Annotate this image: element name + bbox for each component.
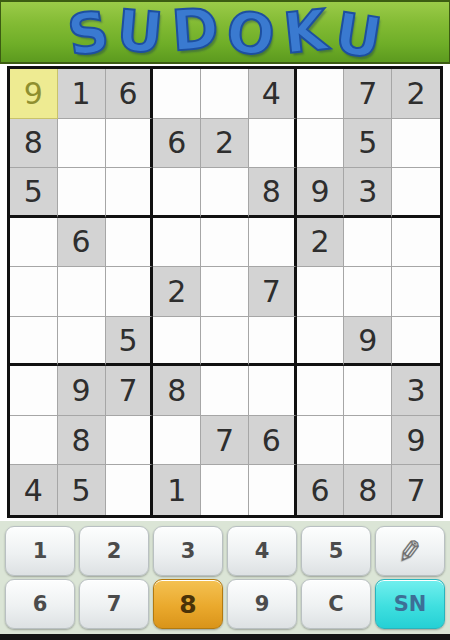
cell-r9c3[interactable]	[106, 465, 154, 515]
cell-r9c9[interactable]: 7	[392, 465, 440, 515]
title-letter: K	[281, 2, 330, 62]
cell-r5c3[interactable]	[106, 267, 154, 317]
cell-r8c8[interactable]	[344, 416, 392, 466]
cell-r4c1[interactable]	[10, 218, 58, 268]
cell-r8c1[interactable]	[10, 416, 58, 466]
cell-r8c4[interactable]	[153, 416, 201, 466]
pencil-icon: ✎	[395, 532, 425, 570]
cell-r9c8[interactable]: 8	[344, 465, 392, 515]
sudoku-board: 9164728625589362275997838769451687	[7, 66, 443, 518]
bottom-bar	[0, 634, 450, 640]
cell-r3c6[interactable]: 8	[249, 168, 297, 218]
cell-r5c7[interactable]	[297, 267, 345, 317]
cell-r7c7[interactable]	[297, 366, 345, 416]
cell-r4c6[interactable]	[249, 218, 297, 268]
cell-r3c7[interactable]: 9	[297, 168, 345, 218]
cell-r4c2[interactable]: 6	[58, 218, 106, 268]
key-C[interactable]: C	[301, 579, 371, 629]
title-letter: D	[170, 0, 220, 59]
cell-r6c6[interactable]	[249, 317, 297, 367]
cell-r9c2[interactable]: 5	[58, 465, 106, 515]
cell-r8c3[interactable]	[106, 416, 154, 466]
cell-r6c3[interactable]: 5	[106, 317, 154, 367]
title-letter: U	[115, 2, 165, 62]
title-letter: U	[332, 5, 386, 67]
cell-r5c2[interactable]	[58, 267, 106, 317]
cell-r2c7[interactable]	[297, 119, 345, 169]
number-keypad: 12345✎ 6789CSN	[0, 521, 450, 634]
key-8[interactable]: 8	[153, 579, 223, 629]
key-1[interactable]: 1	[5, 526, 75, 576]
cell-r6c4[interactable]	[153, 317, 201, 367]
cell-r6c9[interactable]	[392, 317, 440, 367]
cell-r3c1[interactable]: 5	[10, 168, 58, 218]
cell-r8c6[interactable]: 6	[249, 416, 297, 466]
cell-r3c2[interactable]	[58, 168, 106, 218]
cell-r8c2[interactable]: 8	[58, 416, 106, 466]
cell-r4c9[interactable]	[392, 218, 440, 268]
keypad-row-2: 6789CSN	[3, 579, 447, 629]
cell-r2c4[interactable]: 6	[153, 119, 201, 169]
cell-r9c4[interactable]: 1	[153, 465, 201, 515]
title-letter: S	[65, 3, 113, 64]
cell-r2c6[interactable]	[249, 119, 297, 169]
cell-r7c2[interactable]: 9	[58, 366, 106, 416]
key-9[interactable]: 9	[227, 579, 297, 629]
cell-r7c8[interactable]	[344, 366, 392, 416]
cell-r4c8[interactable]	[344, 218, 392, 268]
cell-r1c1[interactable]: 9	[10, 69, 58, 119]
cell-r1c8[interactable]: 7	[344, 69, 392, 119]
cell-r6c2[interactable]	[58, 317, 106, 367]
cell-r1c3[interactable]: 6	[106, 69, 154, 119]
cell-r5c9[interactable]	[392, 267, 440, 317]
key-6[interactable]: 6	[5, 579, 75, 629]
cell-r1c2[interactable]: 1	[58, 69, 106, 119]
cell-r5c1[interactable]	[10, 267, 58, 317]
cell-r2c1[interactable]: 8	[10, 119, 58, 169]
cell-r8c9[interactable]: 9	[392, 416, 440, 466]
cell-r7c4[interactable]: 8	[153, 366, 201, 416]
cell-r2c8[interactable]: 5	[344, 119, 392, 169]
cell-r8c7[interactable]	[297, 416, 345, 466]
cell-r5c8[interactable]	[344, 267, 392, 317]
cell-r7c9[interactable]: 3	[392, 366, 440, 416]
cell-r5c6[interactable]: 7	[249, 267, 297, 317]
cell-r3c5[interactable]	[201, 168, 249, 218]
key-2[interactable]: 2	[79, 526, 149, 576]
cell-r4c7[interactable]: 2	[297, 218, 345, 268]
cell-r1c9[interactable]: 2	[392, 69, 440, 119]
cell-r7c6[interactable]	[249, 366, 297, 416]
cell-r9c1[interactable]: 4	[10, 465, 58, 515]
cell-r2c3[interactable]	[106, 119, 154, 169]
cell-r1c5[interactable]	[201, 69, 249, 119]
board-area: 9164728625589362275997838769451687	[0, 64, 450, 521]
cell-r9c5[interactable]	[201, 465, 249, 515]
cell-r3c4[interactable]	[153, 168, 201, 218]
key-4[interactable]: 4	[227, 526, 297, 576]
title-letter: O	[224, 4, 277, 65]
key-SN[interactable]: SN	[375, 579, 445, 629]
key-3[interactable]: 3	[153, 526, 223, 576]
key-7[interactable]: 7	[79, 579, 149, 629]
sudoku-app: SUDOKU 916472862558936227599783876945168…	[0, 0, 450, 640]
cell-r6c1[interactable]	[10, 317, 58, 367]
cell-r2c2[interactable]	[58, 119, 106, 169]
cell-r9c7[interactable]: 6	[297, 465, 345, 515]
keypad-row-1: 12345✎	[3, 526, 447, 576]
cell-r4c5[interactable]	[201, 218, 249, 268]
title-banner: SUDOKU	[0, 0, 450, 64]
cell-r8c5[interactable]: 7	[201, 416, 249, 466]
cell-r9c6[interactable]	[249, 465, 297, 515]
cell-r4c3[interactable]	[106, 218, 154, 268]
cell-r3c9[interactable]	[392, 168, 440, 218]
cell-r7c5[interactable]	[201, 366, 249, 416]
cell-r4c4[interactable]	[153, 218, 201, 268]
cell-r3c8[interactable]: 3	[344, 168, 392, 218]
key-5[interactable]: 5	[301, 526, 371, 576]
cell-r2c5[interactable]: 2	[201, 119, 249, 169]
cell-r1c7[interactable]	[297, 69, 345, 119]
cell-r7c1[interactable]	[10, 366, 58, 416]
cell-r6c8[interactable]: 9	[344, 317, 392, 367]
cell-r3c3[interactable]	[106, 168, 154, 218]
app-title: SUDOKU	[68, 4, 382, 60]
cell-r5c4[interactable]: 2	[153, 267, 201, 317]
cell-r6c7[interactable]	[297, 317, 345, 367]
cell-r7c3[interactable]: 7	[106, 366, 154, 416]
cell-r5c5[interactable]	[201, 267, 249, 317]
cell-r6c5[interactable]	[201, 317, 249, 367]
pencil-button[interactable]: ✎	[375, 526, 445, 576]
cell-r2c9[interactable]	[392, 119, 440, 169]
cell-r1c6[interactable]: 4	[249, 69, 297, 119]
cell-r1c4[interactable]	[153, 69, 201, 119]
